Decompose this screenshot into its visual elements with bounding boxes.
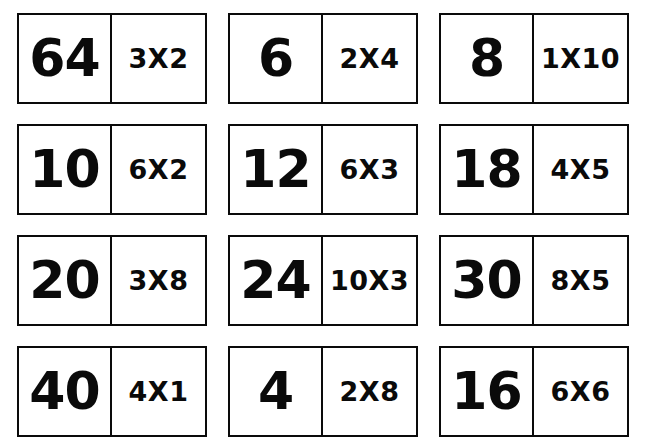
domino-card[interactable]: 126X3 [228, 124, 418, 215]
expression-cell: 4X1 [112, 348, 205, 435]
domino-card[interactable]: 166X6 [439, 346, 629, 437]
expression-cell: 10X3 [323, 237, 416, 324]
product-cell: 64 [19, 15, 112, 102]
expression-cell: 3X2 [112, 15, 205, 102]
domino-card[interactable]: 184X5 [439, 124, 629, 215]
expression-cell: 1X10 [534, 15, 627, 102]
expression-cell: 4X5 [534, 126, 627, 213]
domino-card[interactable]: 62X4 [228, 13, 418, 104]
expression-cell: 3X8 [112, 237, 205, 324]
domino-card[interactable]: 42X8 [228, 346, 418, 437]
product-cell: 20 [19, 237, 112, 324]
product-cell: 6 [230, 15, 323, 102]
product-cell: 12 [230, 126, 323, 213]
product-cell: 4 [230, 348, 323, 435]
domino-card[interactable]: 81X10 [439, 13, 629, 104]
product-cell: 40 [19, 348, 112, 435]
expression-cell: 2X4 [323, 15, 416, 102]
product-cell: 24 [230, 237, 323, 324]
product-cell: 10 [19, 126, 112, 213]
expression-cell: 2X8 [323, 348, 416, 435]
product-cell: 8 [441, 15, 534, 102]
domino-card[interactable]: 203X8 [17, 235, 207, 326]
domino-card[interactable]: 643X2 [17, 13, 207, 104]
product-cell: 18 [441, 126, 534, 213]
domino-card[interactable]: 106X2 [17, 124, 207, 215]
domino-card[interactable]: 2410X3 [228, 235, 418, 326]
domino-grid: 643X262X481X10106X2126X3184X5203X82410X3… [17, 13, 629, 437]
product-cell: 30 [441, 237, 534, 324]
expression-cell: 6X3 [323, 126, 416, 213]
expression-cell: 6X6 [534, 348, 627, 435]
expression-cell: 6X2 [112, 126, 205, 213]
domino-card[interactable]: 308X5 [439, 235, 629, 326]
expression-cell: 8X5 [534, 237, 627, 324]
domino-card[interactable]: 404X1 [17, 346, 207, 437]
product-cell: 16 [441, 348, 534, 435]
